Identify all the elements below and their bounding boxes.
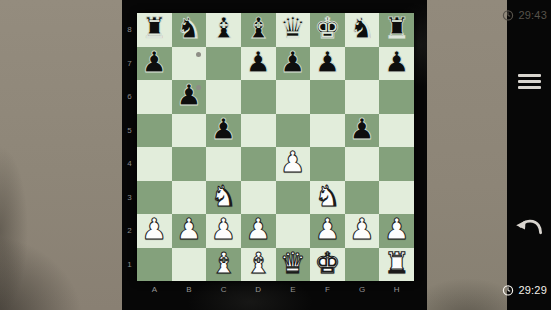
square-d4[interactable] xyxy=(241,147,276,181)
player-clock-time: 29:29 xyxy=(518,284,547,296)
hamburger-menu-icon xyxy=(518,80,541,83)
black-knight-g8[interactable]: ♞ xyxy=(349,14,375,43)
square-d2[interactable]: ♟ xyxy=(241,214,276,248)
rank-label-2: 2 xyxy=(122,214,137,248)
white-queen-e1[interactable]: ♛ xyxy=(280,249,306,278)
square-f6[interactable] xyxy=(310,80,345,114)
hamburger-menu-icon xyxy=(518,86,541,89)
black-queen-e8[interactable]: ♛ xyxy=(280,14,306,43)
file-label-D: D xyxy=(241,281,276,297)
white-pawn-d2[interactable]: ♟ xyxy=(245,215,271,244)
right-background-panel xyxy=(427,0,507,310)
file-label-C: C xyxy=(206,281,241,297)
black-pawn-f7[interactable]: ♟ xyxy=(314,48,340,77)
square-e4[interactable]: ♟ xyxy=(276,147,311,181)
square-f1[interactable]: ♚ xyxy=(310,248,345,282)
undo-button[interactable] xyxy=(515,217,543,237)
square-h5[interactable] xyxy=(379,114,414,148)
white-bishop-d1[interactable]: ♝ xyxy=(245,249,271,278)
square-g7[interactable] xyxy=(345,47,380,81)
black-knight-b8[interactable]: ♞ xyxy=(176,14,202,43)
square-h1[interactable]: ♜ xyxy=(379,248,414,282)
rank-label-1: 1 xyxy=(122,248,137,282)
rank-label-4: 4 xyxy=(122,147,137,181)
square-d3[interactable] xyxy=(241,181,276,215)
black-rook-h8[interactable]: ♜ xyxy=(384,14,410,43)
rank-label-5: 5 xyxy=(122,114,137,148)
square-e2[interactable] xyxy=(276,214,311,248)
white-bishop-c1[interactable]: ♝ xyxy=(211,249,237,278)
white-knight-f3[interactable]: ♞ xyxy=(314,182,340,211)
file-label-H: H xyxy=(379,281,414,297)
square-e5[interactable] xyxy=(276,114,311,148)
opponent-clock-time: 29:43 xyxy=(518,9,547,21)
rank-label-8: 8 xyxy=(122,13,137,47)
square-c8[interactable]: ♝ xyxy=(206,13,241,47)
rank-labels: 87654321 xyxy=(122,13,137,281)
square-d5[interactable] xyxy=(241,114,276,148)
square-e7[interactable]: ♟ xyxy=(276,47,311,81)
square-g6[interactable] xyxy=(345,80,380,114)
square-h7[interactable]: ♟ xyxy=(379,47,414,81)
square-b5[interactable] xyxy=(172,114,207,148)
file-labels: ABCDEFGH xyxy=(137,281,414,297)
square-b1[interactable] xyxy=(172,248,207,282)
square-b2[interactable]: ♟ xyxy=(172,214,207,248)
chess-app-screen: 29:43 29:29 87654321 ♜♞♝♝♛♚♞♜♟♟♟♟♟♟♟♟♟♞♞… xyxy=(0,0,551,310)
square-g4[interactable] xyxy=(345,147,380,181)
square-g8[interactable]: ♞ xyxy=(345,13,380,47)
square-h3[interactable] xyxy=(379,181,414,215)
square-a2[interactable]: ♟ xyxy=(137,214,172,248)
black-pawn-c5[interactable]: ♟ xyxy=(211,115,237,144)
square-a7[interactable]: ♟ xyxy=(137,47,172,81)
square-f5[interactable] xyxy=(310,114,345,148)
square-g1[interactable] xyxy=(345,248,380,282)
black-pawn-d7[interactable]: ♟ xyxy=(245,48,271,77)
white-pawn-h2[interactable]: ♟ xyxy=(384,215,410,244)
square-a3[interactable] xyxy=(137,181,172,215)
square-f8[interactable]: ♚ xyxy=(310,13,345,47)
square-c2[interactable]: ♟ xyxy=(206,214,241,248)
file-label-B: B xyxy=(172,281,207,297)
square-a5[interactable] xyxy=(137,114,172,148)
square-b8[interactable]: ♞ xyxy=(172,13,207,47)
rank-label-6: 6 xyxy=(122,80,137,114)
square-b3[interactable] xyxy=(172,181,207,215)
square-e3[interactable] xyxy=(276,181,311,215)
square-a1[interactable] xyxy=(137,248,172,282)
square-e1[interactable]: ♛ xyxy=(276,248,311,282)
rank-label-3: 3 xyxy=(122,181,137,215)
white-king-f1[interactable]: ♚ xyxy=(314,249,340,278)
square-a8[interactable]: ♜ xyxy=(137,13,172,47)
opponent-clock: 29:43 xyxy=(502,9,547,21)
square-b6[interactable]: ♟ xyxy=(172,80,207,114)
left-background-panel xyxy=(0,0,122,310)
white-pawn-c2[interactable]: ♟ xyxy=(211,215,237,244)
white-pawn-b2[interactable]: ♟ xyxy=(176,215,202,244)
file-label-A: A xyxy=(137,281,172,297)
black-pawn-g5[interactable]: ♟ xyxy=(349,115,375,144)
hamburger-menu-icon xyxy=(518,74,541,77)
white-rook-h1[interactable]: ♜ xyxy=(384,249,410,278)
white-pawn-f2[interactable]: ♟ xyxy=(314,215,340,244)
file-label-F: F xyxy=(310,281,345,297)
square-c3[interactable]: ♞ xyxy=(206,181,241,215)
square-h4[interactable] xyxy=(379,147,414,181)
square-c5[interactable]: ♟ xyxy=(206,114,241,148)
square-d6[interactable] xyxy=(241,80,276,114)
square-f4[interactable] xyxy=(310,147,345,181)
black-pawn-a7[interactable]: ♟ xyxy=(141,48,167,77)
square-e6[interactable] xyxy=(276,80,311,114)
white-pawn-e4[interactable]: ♟ xyxy=(280,148,306,177)
file-label-G: G xyxy=(345,281,380,297)
undo-arrow-icon xyxy=(515,217,543,237)
last-move-dot-b7 xyxy=(196,52,201,57)
rank-label-7: 7 xyxy=(122,47,137,81)
clock-icon xyxy=(502,284,514,296)
white-pawn-a2[interactable]: ♟ xyxy=(141,215,167,244)
square-f3[interactable]: ♞ xyxy=(310,181,345,215)
file-label-E: E xyxy=(276,281,311,297)
square-d7[interactable]: ♟ xyxy=(241,47,276,81)
menu-button[interactable] xyxy=(518,74,541,90)
square-c4[interactable] xyxy=(206,147,241,181)
square-b7[interactable] xyxy=(172,47,207,81)
white-pawn-g2[interactable]: ♟ xyxy=(349,215,375,244)
black-pawn-e7[interactable]: ♟ xyxy=(280,48,306,77)
square-c1[interactable]: ♝ xyxy=(206,248,241,282)
black-bishop-c8[interactable]: ♝ xyxy=(211,14,237,43)
square-g2[interactable]: ♟ xyxy=(345,214,380,248)
square-e8[interactable]: ♛ xyxy=(276,13,311,47)
black-pawn-h7[interactable]: ♟ xyxy=(384,48,410,77)
square-h6[interactable] xyxy=(379,80,414,114)
square-d8[interactable]: ♝ xyxy=(241,13,276,47)
black-king-f8[interactable]: ♚ xyxy=(314,14,340,43)
square-h2[interactable]: ♟ xyxy=(379,214,414,248)
square-f7[interactable]: ♟ xyxy=(310,47,345,81)
black-rook-a8[interactable]: ♜ xyxy=(141,14,167,43)
square-c6[interactable] xyxy=(206,80,241,114)
player-clock: 29:29 xyxy=(502,284,547,296)
square-c7[interactable] xyxy=(206,47,241,81)
square-a6[interactable] xyxy=(137,80,172,114)
square-a4[interactable] xyxy=(137,147,172,181)
chess-board: ♜♞♝♝♛♚♞♜♟♟♟♟♟♟♟♟♟♞♞♟♟♟♟♟♟♟♝♝♛♚♜ xyxy=(137,13,414,281)
square-h8[interactable]: ♜ xyxy=(379,13,414,47)
square-g5[interactable]: ♟ xyxy=(345,114,380,148)
black-bishop-d8[interactable]: ♝ xyxy=(245,14,271,43)
square-f2[interactable]: ♟ xyxy=(310,214,345,248)
clock-icon xyxy=(502,9,514,21)
square-g3[interactable] xyxy=(345,181,380,215)
white-knight-c3[interactable]: ♞ xyxy=(211,182,237,211)
square-b4[interactable] xyxy=(172,147,207,181)
square-d1[interactable]: ♝ xyxy=(241,248,276,282)
